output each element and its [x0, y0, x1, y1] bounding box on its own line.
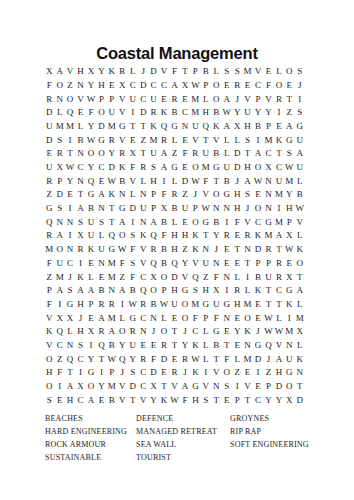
grid-cell: C — [253, 215, 263, 229]
grid-cell: W — [190, 352, 200, 366]
grid-cell: L — [221, 133, 231, 147]
grid-cell: K — [295, 352, 305, 366]
grid-cell: X — [180, 79, 190, 93]
grid-cell: Q — [201, 120, 211, 134]
grid-cell: P — [44, 284, 54, 298]
word-item: SEA WALL — [136, 438, 230, 451]
grid-cell: R — [221, 229, 231, 243]
grid-cell: G — [211, 161, 221, 175]
puzzle-title: Coastal Management — [0, 44, 354, 63]
grid-cell: U — [107, 106, 117, 120]
grid-cell: W — [274, 325, 284, 339]
grid-cell: Y — [284, 188, 294, 202]
grid-cell: K — [86, 243, 96, 257]
grid-cell: U — [295, 133, 305, 147]
grid-cell: T — [295, 380, 305, 394]
grid-cell: F — [54, 366, 64, 380]
grid-cell: W — [284, 161, 294, 175]
grid-cell: F — [86, 106, 96, 120]
grid-cell: F — [128, 161, 138, 175]
grid-cell: R — [96, 325, 106, 339]
grid-cell: R — [274, 92, 284, 106]
grid-cell: B — [169, 202, 179, 216]
grid-cell: A — [242, 174, 252, 188]
grid-cell: E — [284, 79, 294, 93]
grid-cell: G — [190, 380, 200, 394]
grid-cell: U — [201, 257, 211, 271]
grid-cell: N — [201, 243, 211, 257]
grid-cell: Y — [274, 393, 284, 407]
grid-cell: W — [107, 352, 117, 366]
grid-cell: W — [253, 174, 263, 188]
grid-cell: D — [54, 188, 64, 202]
grid-cell: L — [232, 133, 242, 147]
grid-cell: U — [295, 161, 305, 175]
grid-cell: D — [96, 120, 106, 134]
grid-cell: Y — [86, 79, 96, 93]
grid-cell: V — [295, 215, 305, 229]
grid-cell: V — [117, 106, 127, 120]
grid-cell: Q — [65, 352, 75, 366]
grid-cell: S — [96, 215, 106, 229]
grid-cell: D — [44, 106, 54, 120]
grid-cell: E — [96, 270, 106, 284]
grid-cell: U — [180, 202, 190, 216]
grid-cell: C — [253, 393, 263, 407]
grid-cell: I — [86, 339, 96, 353]
grid-cell: I — [128, 215, 138, 229]
grid-cell: J — [180, 366, 190, 380]
grid-cell: C — [138, 270, 148, 284]
grid-cell: J — [253, 325, 263, 339]
grid-cell: N — [284, 339, 294, 353]
grid-cell: R — [159, 133, 169, 147]
grid-cell: C — [138, 92, 148, 106]
grid-cell: L — [295, 174, 305, 188]
grid-cell: S — [65, 284, 75, 298]
grid-cell: T — [169, 325, 179, 339]
grid-cell: R — [190, 147, 200, 161]
grid-cell: W — [65, 161, 75, 175]
grid-cell: A — [284, 120, 294, 134]
grid-cell: N — [211, 202, 221, 216]
grid-cell: E — [148, 339, 158, 353]
word-item: SOFT ENGINEERING — [230, 438, 340, 451]
grid-cell: C — [75, 352, 85, 366]
grid-cell: C — [128, 79, 138, 93]
grid-cell: V — [117, 92, 127, 106]
grid-cell: Y — [86, 352, 96, 366]
grid-cell: Q — [148, 257, 158, 271]
grid-cell: G — [117, 202, 127, 216]
grid-cell: H — [232, 298, 242, 312]
grid-cell: Q — [117, 352, 127, 366]
grid-cell: D — [138, 106, 148, 120]
grid-cell: O — [253, 161, 263, 175]
grid-cell: X — [54, 311, 64, 325]
grid-cell: R — [274, 257, 284, 271]
grid-cell: G — [117, 120, 127, 134]
grid-cell: S — [54, 133, 64, 147]
grid-cell: G — [128, 311, 138, 325]
grid-cell: T — [242, 147, 252, 161]
grid-cell: C — [159, 79, 169, 93]
grid-cell: J — [180, 325, 190, 339]
grid-cell: H — [232, 202, 242, 216]
grid-cell: R — [44, 229, 54, 243]
grid-cell: Z — [180, 243, 190, 257]
grid-cell: N — [242, 243, 252, 257]
grid-cell: M — [54, 120, 64, 134]
grid-cell: C — [75, 393, 85, 407]
grid-cell: K — [138, 229, 148, 243]
grid-cell: E — [221, 257, 231, 271]
grid-cell: C — [138, 366, 148, 380]
grid-cell: H — [148, 174, 158, 188]
grid-cell: L — [138, 174, 148, 188]
grid-cell: B — [75, 133, 85, 147]
grid-cell: T — [65, 147, 75, 161]
grid-cell: P — [263, 120, 273, 134]
grid-cell: Q — [44, 215, 54, 229]
grid-cell: V — [75, 92, 85, 106]
grid-cell: H — [75, 325, 85, 339]
grid-cell: N — [263, 174, 273, 188]
grid-cell: E — [159, 366, 169, 380]
grid-cell: I — [54, 380, 64, 394]
grid-cell: N — [138, 215, 148, 229]
grid-cell: L — [274, 65, 284, 79]
grid-cell: F — [221, 352, 231, 366]
grid-cell: S — [284, 147, 294, 161]
grid-cell: I — [242, 270, 252, 284]
grid-cell: V — [44, 339, 54, 353]
grid-cell: V — [190, 257, 200, 271]
grid-cell: D — [128, 202, 138, 216]
grid-cell: W — [201, 202, 211, 216]
grid-cell: V — [44, 311, 54, 325]
word-list-column: BEACHESHARD ENGINEERINGROCK ARMOURSUSTAI… — [45, 412, 136, 464]
grid-cell: R — [232, 79, 242, 93]
grid-cell: E — [253, 188, 263, 202]
grid-cell: N — [65, 215, 75, 229]
grid-cell: Z — [65, 79, 75, 93]
grid-cell: M — [263, 133, 273, 147]
grid-cell: O — [274, 79, 284, 93]
grid-cell: A — [253, 147, 263, 161]
grid-cell: E — [180, 133, 190, 147]
grid-cell: W — [263, 311, 273, 325]
grid-cell: F — [44, 298, 54, 312]
grid-cell: E — [284, 257, 294, 271]
grid-cell: T — [75, 188, 85, 202]
grid-cell: B — [295, 188, 305, 202]
grid-cell: G — [169, 120, 179, 134]
grid-cell: R — [138, 352, 148, 366]
grid-cell: Q — [263, 339, 273, 353]
grid-cell: U — [128, 92, 138, 106]
grid-cell: U — [169, 298, 179, 312]
grid-cell: J — [211, 243, 221, 257]
grid-cell: N — [211, 380, 221, 394]
grid-cell: N — [54, 92, 64, 106]
grid-cell: K — [253, 284, 263, 298]
grid-cell: M — [242, 352, 252, 366]
grid-cell: C — [180, 106, 190, 120]
grid-cell: T — [211, 352, 221, 366]
grid-cell: O — [86, 380, 96, 394]
grid-cell: M — [242, 65, 252, 79]
grid-cell: T — [263, 284, 273, 298]
grid-cell: X — [263, 161, 273, 175]
grid-cell: N — [54, 215, 64, 229]
grid-cell: Y — [107, 147, 117, 161]
grid-cell: G — [211, 325, 221, 339]
grid-cell: L — [169, 133, 179, 147]
grid-cell: E — [253, 311, 263, 325]
grid-cell: B — [117, 174, 127, 188]
grid-cell: X — [148, 380, 158, 394]
grid-cell: L — [295, 229, 305, 243]
grid-cell: O — [65, 92, 75, 106]
grid-cell: U — [284, 352, 294, 366]
grid-cell: O — [180, 311, 190, 325]
grid-cell: E — [159, 92, 169, 106]
grid-cell: Q — [96, 339, 106, 353]
grid-cell: I — [54, 298, 64, 312]
grid-cell: M — [54, 270, 64, 284]
grid-cell: N — [75, 147, 85, 161]
grid-cell: B — [211, 147, 221, 161]
word-item: RIP RAP — [230, 425, 340, 438]
grid-cell: N — [263, 202, 273, 216]
grid-cell: J — [242, 202, 252, 216]
grid-cell: V — [242, 215, 252, 229]
grid-cell: G — [180, 284, 190, 298]
grid-cell: E — [221, 243, 231, 257]
grid-cell: U — [96, 243, 106, 257]
grid-cell: L — [65, 325, 75, 339]
grid-cell: V — [242, 380, 252, 394]
grid-cell: L — [201, 352, 211, 366]
grid-cell: G — [201, 215, 211, 229]
grid-cell: S — [190, 284, 200, 298]
grid-cell: P — [263, 257, 273, 271]
grid-cell: O — [253, 202, 263, 216]
grid-cell: X — [284, 229, 294, 243]
grid-cell: L — [201, 325, 211, 339]
grid-cell: M — [284, 325, 294, 339]
grid-cell: S — [242, 133, 252, 147]
grid-cell: F — [159, 229, 169, 243]
grid-cell: P — [148, 188, 158, 202]
grid-cell: L — [274, 311, 284, 325]
grid-cell: O — [284, 380, 294, 394]
grid-cell: E — [274, 120, 284, 134]
grid-cell: P — [190, 202, 200, 216]
grid-cell: M — [274, 188, 284, 202]
grid-cell: F — [44, 257, 54, 271]
grid-cell: A — [54, 229, 64, 243]
grid-cell: R — [138, 161, 148, 175]
grid-cell: T — [201, 229, 211, 243]
grid-cell: N — [65, 339, 75, 353]
grid-cell: T — [138, 147, 148, 161]
grid-cell: D — [253, 352, 263, 366]
grid-cell: J — [190, 188, 200, 202]
grid-cell: V — [138, 243, 148, 257]
grid-cell: Y — [128, 352, 138, 366]
word-item: MANAGED RETREAT — [136, 425, 230, 438]
grid-cell: E — [232, 257, 242, 271]
grid-cell: F — [117, 257, 127, 271]
grid-cell: M — [107, 257, 117, 271]
grid-cell: Y — [86, 161, 96, 175]
grid-cell: K — [284, 298, 294, 312]
grid-cell: V — [201, 188, 211, 202]
grid-cell: L — [295, 298, 305, 312]
grid-cell: L — [96, 229, 106, 243]
grid-cell: K — [159, 393, 169, 407]
grid-cell: R — [75, 243, 85, 257]
grid-cell: I — [159, 174, 169, 188]
grid-cell: U — [274, 174, 284, 188]
grid-cell: O — [117, 229, 127, 243]
word-item: GROYNES — [230, 412, 340, 425]
grid-cell: B — [221, 174, 231, 188]
grid-cell: A — [96, 311, 106, 325]
grid-cell: R — [107, 133, 117, 147]
grid-cell: A — [54, 284, 64, 298]
word-item: DEFENCE — [136, 412, 230, 425]
grid-cell: A — [96, 188, 106, 202]
grid-cell: C — [96, 161, 106, 175]
grid-cell: E — [169, 311, 179, 325]
grid-cell: R — [138, 298, 148, 312]
word-item: TOURIST — [136, 451, 230, 464]
grid-cell: L — [54, 106, 64, 120]
grid-cell: Z — [54, 352, 64, 366]
grid-cell: U — [201, 147, 211, 161]
grid-cell: F — [263, 79, 273, 93]
grid-cell: H — [169, 243, 179, 257]
grid-cell: U — [148, 92, 158, 106]
grid-cell: L — [232, 270, 242, 284]
grid-cell: H — [75, 298, 85, 312]
grid-cell: E — [86, 257, 96, 271]
grid-cell: Y — [211, 229, 221, 243]
grid-cell: S — [44, 393, 54, 407]
word-search-grid: XAVHXYKRLJDVFTPBLSSMVELOSFOZNYHEXCDCCAXW… — [44, 65, 305, 407]
grid-cell: O — [180, 298, 190, 312]
grid-cell: O — [159, 325, 169, 339]
grid-cell: D — [159, 352, 169, 366]
grid-cell: F — [201, 174, 211, 188]
grid-cell: G — [96, 133, 106, 147]
grid-cell: O — [54, 243, 64, 257]
grid-cell: F — [232, 215, 242, 229]
grid-cell: N — [138, 188, 148, 202]
grid-cell: B — [211, 215, 221, 229]
grid-cell: B — [253, 270, 263, 284]
grid-cell: B — [107, 393, 117, 407]
grid-cell: O — [211, 92, 221, 106]
grid-cell: S — [221, 380, 231, 394]
grid-cell: U — [211, 298, 221, 312]
grid-cell: M — [284, 174, 294, 188]
grid-cell: Y — [263, 106, 273, 120]
grid-cell: V — [128, 174, 138, 188]
grid-cell: Z — [44, 270, 54, 284]
grid-cell: I — [284, 311, 294, 325]
grid-cell: G — [65, 298, 75, 312]
grid-cell: R — [96, 298, 106, 312]
grid-cell: T — [295, 270, 305, 284]
grid-cell: G — [86, 366, 96, 380]
grid-cell: T — [284, 92, 294, 106]
grid-cell: Y — [232, 106, 242, 120]
grid-cell: T — [263, 298, 273, 312]
grid-cell: T — [180, 65, 190, 79]
grid-cell: W — [284, 243, 294, 257]
grid-cell: C — [54, 339, 64, 353]
grid-cell: G — [221, 188, 231, 202]
grid-cell: D — [107, 161, 117, 175]
grid-cell: Z — [117, 270, 127, 284]
grid-cell: D — [295, 393, 305, 407]
grid-cell: E — [232, 339, 242, 353]
grid-cell: H — [169, 229, 179, 243]
grid-cell: A — [148, 215, 158, 229]
grid-cell: B — [159, 257, 169, 271]
grid-cell: U — [242, 106, 252, 120]
grid-cell: F — [44, 79, 54, 93]
grid-cell: N — [221, 270, 231, 284]
grid-cell: R — [148, 106, 158, 120]
grid-cell: Q — [169, 257, 179, 271]
grid-cell: V — [117, 133, 127, 147]
grid-cell: I — [65, 229, 75, 243]
grid-cell: U — [86, 215, 96, 229]
grid-cell: A — [221, 92, 231, 106]
grid-cell: K — [242, 325, 252, 339]
grid-cell: A — [107, 325, 117, 339]
grid-cell: O — [148, 284, 158, 298]
grid-cell: A — [221, 120, 231, 134]
grid-cell: X — [148, 270, 158, 284]
grid-cell: E — [86, 311, 96, 325]
grid-cell: S — [54, 202, 64, 216]
grid-cell: P — [201, 311, 211, 325]
grid-cell: K — [117, 161, 127, 175]
grid-cell: F — [180, 147, 190, 161]
grid-cell: R — [128, 325, 138, 339]
grid-cell: I — [295, 92, 305, 106]
grid-cell: O — [211, 79, 221, 93]
grid-cell: C — [148, 79, 158, 93]
grid-cell: T — [242, 257, 252, 271]
grid-cell: G — [169, 161, 179, 175]
grid-cell: Y — [180, 257, 190, 271]
grid-cell: N — [221, 202, 231, 216]
grid-cell: B — [128, 284, 138, 298]
grid-cell: Y — [117, 339, 127, 353]
grid-cell: Z — [232, 366, 242, 380]
grid-cell: H — [169, 284, 179, 298]
grid-cell: X — [75, 380, 85, 394]
grid-cell: U — [138, 202, 148, 216]
grid-cell: P — [284, 215, 294, 229]
